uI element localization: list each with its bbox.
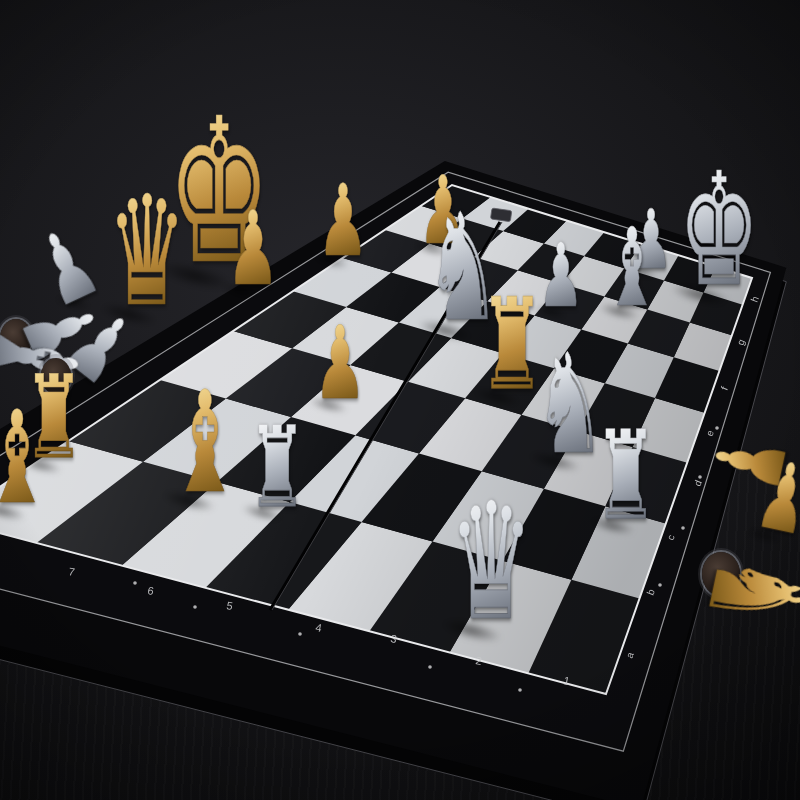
piece-gold-bishop-a7[interactable]: ♝ [0,394,50,522]
piece-gold-pawn-e8[interactable]: ♟ [317,171,368,270]
piece-silver-bishop-g3[interactable]: ♝ [604,214,660,322]
piece-silver-pawn-f4[interactable]: ♟ [538,232,584,320]
piece-silver-rook-b1[interactable]: ♜ [594,415,657,537]
piece-gold-captured-knight-2[interactable]: ♞ [687,546,800,641]
piece-silver-queen-a2[interactable]: ♛ [449,481,533,643]
piece-gold-bishop-b6[interactable]: ♝ [169,373,242,513]
pieces-layer: ♟♟♟♚♟♚♟♝♟♛♞♟♟♝♜♟♞♜♟♝♝♜♜♟♞♛ [0,0,800,800]
piece-gold-pawn-c6[interactable]: ♟ [314,313,367,414]
chess-set-photo: 12345678abcdefgh ♟♟♟♚♟♚♟♝♟♛♞♟♟♝♜♟♞♜♟♝♝♜♜… [0,0,800,800]
piece-silver-king-h1[interactable]: ♚ [678,152,759,308]
piece-gold-pawn-d8[interactable]: ♟ [226,198,279,300]
piece-silver-rook-b5[interactable]: ♜ [248,411,306,523]
